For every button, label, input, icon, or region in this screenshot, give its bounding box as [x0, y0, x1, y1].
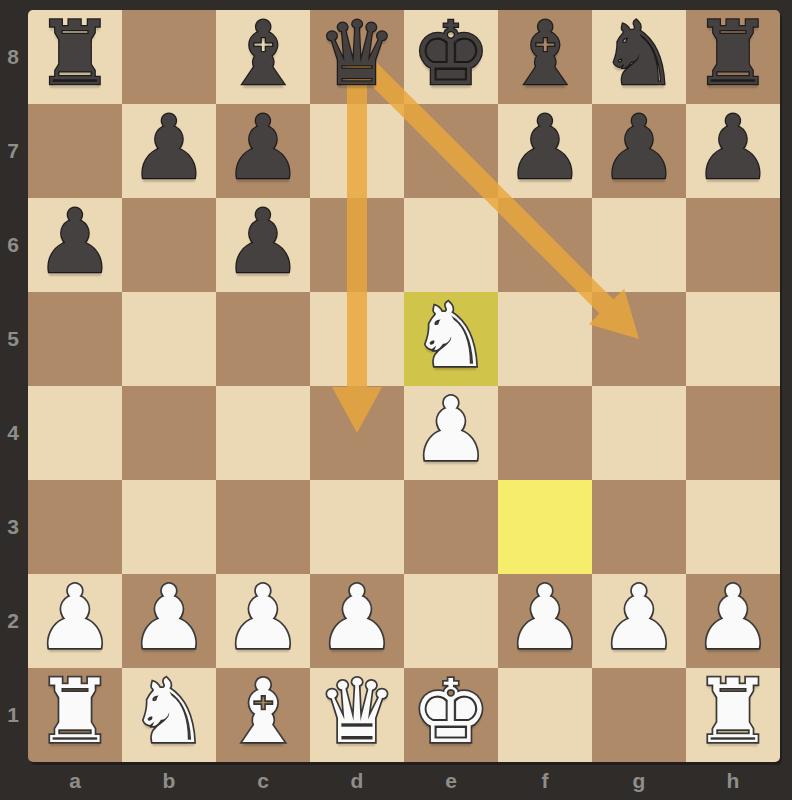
square-f5[interactable] [498, 292, 592, 386]
piece-white-pawn[interactable]: ♟ [600, 571, 679, 665]
file-label-h: h [686, 762, 780, 800]
rank-label-7: 7 [0, 104, 26, 198]
square-a2[interactable]: ♟ [28, 574, 122, 668]
square-c1[interactable]: ♝ [216, 668, 310, 762]
file-label-a: a [28, 762, 122, 800]
piece-white-queen[interactable]: ♛ [318, 665, 397, 759]
square-d1[interactable]: ♛ [310, 668, 404, 762]
square-a8[interactable]: ♜ [28, 10, 122, 104]
piece-white-knight[interactable]: ♞ [412, 289, 491, 383]
piece-white-bishop[interactable]: ♝ [224, 665, 303, 759]
rank-label-4: 4 [0, 386, 26, 480]
piece-white-pawn[interactable]: ♟ [130, 571, 209, 665]
file-label-b: b [122, 762, 216, 800]
square-f3[interactable] [498, 480, 592, 574]
piece-white-pawn[interactable]: ♟ [224, 571, 303, 665]
piece-black-rook[interactable]: ♜ [694, 10, 773, 101]
file-label-g: g [592, 762, 686, 800]
rank-label-3: 3 [0, 480, 26, 574]
square-g1[interactable] [592, 668, 686, 762]
file-label-c: c [216, 762, 310, 800]
square-h4[interactable] [686, 386, 780, 480]
square-h1[interactable]: ♜ [686, 668, 780, 762]
square-b2[interactable]: ♟ [122, 574, 216, 668]
square-c2[interactable]: ♟ [216, 574, 310, 668]
square-h2[interactable]: ♟ [686, 574, 780, 668]
square-a4[interactable] [28, 386, 122, 480]
square-c5[interactable] [216, 292, 310, 386]
square-f8[interactable]: ♝ [498, 10, 592, 104]
piece-black-pawn[interactable]: ♟ [600, 101, 679, 195]
square-d4[interactable] [310, 386, 404, 480]
square-f2[interactable]: ♟ [498, 574, 592, 668]
square-b5[interactable] [122, 292, 216, 386]
square-d5[interactable] [310, 292, 404, 386]
square-g4[interactable] [592, 386, 686, 480]
piece-white-rook[interactable]: ♜ [36, 665, 115, 759]
square-b8[interactable] [122, 10, 216, 104]
square-b7[interactable]: ♟ [122, 104, 216, 198]
square-f4[interactable] [498, 386, 592, 480]
piece-black-pawn[interactable]: ♟ [506, 101, 585, 195]
rank-label-5: 5 [0, 292, 26, 386]
square-c3[interactable] [216, 480, 310, 574]
square-e2[interactable] [404, 574, 498, 668]
square-g5[interactable] [592, 292, 686, 386]
piece-white-pawn[interactable]: ♟ [318, 571, 397, 665]
piece-black-pawn[interactable]: ♟ [694, 101, 773, 195]
square-c6[interactable]: ♟ [216, 198, 310, 292]
piece-white-rook[interactable]: ♜ [694, 665, 773, 759]
square-g3[interactable] [592, 480, 686, 574]
rank-label-2: 2 [0, 574, 26, 668]
square-h7[interactable]: ♟ [686, 104, 780, 198]
piece-black-pawn[interactable]: ♟ [36, 195, 115, 289]
square-c8[interactable]: ♝ [216, 10, 310, 104]
square-e1[interactable]: ♚ [404, 668, 498, 762]
square-e6[interactable] [404, 198, 498, 292]
square-b1[interactable]: ♞ [122, 668, 216, 762]
square-a1[interactable]: ♜ [28, 668, 122, 762]
square-a7[interactable] [28, 104, 122, 198]
piece-black-knight[interactable]: ♞ [600, 10, 679, 101]
square-a5[interactable] [28, 292, 122, 386]
square-e3[interactable] [404, 480, 498, 574]
rank-label-6: 6 [0, 198, 26, 292]
piece-white-pawn[interactable]: ♟ [506, 571, 585, 665]
square-b4[interactable] [122, 386, 216, 480]
square-c4[interactable] [216, 386, 310, 480]
square-f6[interactable] [498, 198, 592, 292]
square-e5[interactable]: ♞ [404, 292, 498, 386]
piece-black-bishop[interactable]: ♝ [506, 10, 585, 101]
square-g2[interactable]: ♟ [592, 574, 686, 668]
square-a6[interactable]: ♟ [28, 198, 122, 292]
square-h3[interactable] [686, 480, 780, 574]
chess-board[interactable]: ♜♝♛♚♝♞♜♟♟♟♟♟♟♟♞♟♟♟♟♟♟♟♟♜♞♝♛♚♜ [28, 10, 780, 762]
square-d7[interactable] [310, 104, 404, 198]
rank-label-1: 1 [0, 668, 26, 762]
piece-white-pawn[interactable]: ♟ [694, 571, 773, 665]
square-h8[interactable]: ♜ [686, 10, 780, 104]
piece-white-king[interactable]: ♚ [412, 665, 491, 759]
square-g7[interactable]: ♟ [592, 104, 686, 198]
piece-white-pawn[interactable]: ♟ [412, 383, 491, 477]
square-e7[interactable] [404, 104, 498, 198]
square-h5[interactable] [686, 292, 780, 386]
square-f1[interactable] [498, 668, 592, 762]
piece-black-pawn[interactable]: ♟ [224, 195, 303, 289]
piece-black-bishop[interactable]: ♝ [224, 10, 303, 101]
file-label-f: f [498, 762, 592, 800]
square-d2[interactable]: ♟ [310, 574, 404, 668]
rank-labels: 87654321 [0, 10, 28, 762]
square-c7[interactable]: ♟ [216, 104, 310, 198]
square-d8[interactable]: ♛ [310, 10, 404, 104]
file-label-d: d [310, 762, 404, 800]
chess-board-area: ♜♝♛♚♝♞♜♟♟♟♟♟♟♟♞♟♟♟♟♟♟♟♟♜♞♝♛♚♜ [28, 10, 780, 762]
board-background: 87654321 ♜♝♛♚♝♞♜♟♟♟♟♟♟♟♞♟♟♟♟♟♟♟♟♜♞♝♛♚♜ a… [0, 0, 792, 800]
piece-black-pawn[interactable]: ♟ [224, 101, 303, 195]
square-e4[interactable]: ♟ [404, 386, 498, 480]
square-b3[interactable] [122, 480, 216, 574]
square-g6[interactable] [592, 198, 686, 292]
square-e8[interactable]: ♚ [404, 10, 498, 104]
file-label-e: e [404, 762, 498, 800]
piece-white-knight[interactable]: ♞ [130, 665, 209, 759]
square-d6[interactable] [310, 198, 404, 292]
square-g8[interactable]: ♞ [592, 10, 686, 104]
square-f7[interactable]: ♟ [498, 104, 592, 198]
square-d3[interactable] [310, 480, 404, 574]
rank-label-8: 8 [0, 10, 26, 104]
piece-black-pawn[interactable]: ♟ [130, 101, 209, 195]
square-b6[interactable] [122, 198, 216, 292]
file-labels: abcdefgh [28, 762, 780, 800]
piece-white-pawn[interactable]: ♟ [36, 571, 115, 665]
piece-black-king[interactable]: ♚ [412, 10, 491, 101]
piece-black-queen[interactable]: ♛ [318, 10, 397, 101]
square-a3[interactable] [28, 480, 122, 574]
piece-black-rook[interactable]: ♜ [36, 10, 115, 101]
square-h6[interactable] [686, 198, 780, 292]
